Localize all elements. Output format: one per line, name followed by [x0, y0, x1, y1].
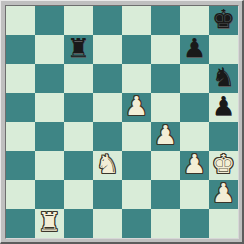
square-a3[interactable] — [6, 151, 35, 180]
square-e8[interactable] — [122, 6, 151, 35]
square-a1[interactable] — [6, 209, 35, 238]
square-h6[interactable]: ♞ — [209, 64, 238, 93]
square-c5[interactable] — [64, 93, 93, 122]
square-a8[interactable] — [6, 6, 35, 35]
square-c1[interactable] — [64, 209, 93, 238]
white-pawn[interactable]: ♟ — [125, 92, 148, 121]
square-a4[interactable] — [6, 122, 35, 151]
square-h1[interactable] — [209, 209, 238, 238]
square-c6[interactable] — [64, 64, 93, 93]
white-rook[interactable]: ♜ — [38, 208, 61, 237]
square-h8[interactable]: ♚ — [209, 6, 238, 35]
square-b2[interactable] — [35, 180, 64, 209]
square-a2[interactable] — [6, 180, 35, 209]
square-g6[interactable] — [180, 64, 209, 93]
square-b1[interactable]: ♜ — [35, 209, 64, 238]
square-b4[interactable] — [35, 122, 64, 151]
white-pawn[interactable]: ♟ — [212, 179, 235, 208]
square-e5[interactable]: ♟ — [122, 93, 151, 122]
square-f6[interactable] — [151, 64, 180, 93]
white-pawn[interactable]: ♟ — [154, 121, 177, 150]
square-h5[interactable]: ♟ — [209, 93, 238, 122]
square-c3[interactable] — [64, 151, 93, 180]
black-knight[interactable]: ♞ — [212, 63, 235, 92]
square-g5[interactable] — [180, 93, 209, 122]
square-g1[interactable] — [180, 209, 209, 238]
square-f7[interactable] — [151, 35, 180, 64]
square-b3[interactable] — [35, 151, 64, 180]
black-pawn[interactable]: ♟ — [212, 92, 235, 121]
square-e2[interactable] — [122, 180, 151, 209]
square-a6[interactable] — [6, 64, 35, 93]
white-knight[interactable]: ♞ — [96, 150, 119, 179]
square-c4[interactable] — [64, 122, 93, 151]
white-king[interactable]: ♚ — [212, 150, 235, 179]
square-h7[interactable] — [209, 35, 238, 64]
black-king[interactable]: ♚ — [212, 5, 235, 34]
square-f2[interactable] — [151, 180, 180, 209]
square-g2[interactable] — [180, 180, 209, 209]
square-g7[interactable]: ♟ — [180, 35, 209, 64]
square-g3[interactable]: ♟ — [180, 151, 209, 180]
black-rook[interactable]: ♜ — [67, 34, 90, 63]
square-e6[interactable] — [122, 64, 151, 93]
square-e1[interactable] — [122, 209, 151, 238]
square-h4[interactable] — [209, 122, 238, 151]
square-d3[interactable]: ♞ — [93, 151, 122, 180]
square-f8[interactable] — [151, 6, 180, 35]
board-frame: ♚♜♟♞♟♟♟♞♟♚♟♜ — [0, 0, 244, 244]
square-f3[interactable] — [151, 151, 180, 180]
square-d4[interactable] — [93, 122, 122, 151]
square-d1[interactable] — [93, 209, 122, 238]
square-e3[interactable] — [122, 151, 151, 180]
square-d6[interactable] — [93, 64, 122, 93]
square-e4[interactable] — [122, 122, 151, 151]
square-c2[interactable] — [64, 180, 93, 209]
square-e7[interactable] — [122, 35, 151, 64]
square-g4[interactable] — [180, 122, 209, 151]
chess-board: ♚♜♟♞♟♟♟♞♟♚♟♜ — [5, 5, 239, 239]
square-d2[interactable] — [93, 180, 122, 209]
square-b6[interactable] — [35, 64, 64, 93]
square-b7[interactable] — [35, 35, 64, 64]
square-a5[interactable] — [6, 93, 35, 122]
square-a7[interactable] — [6, 35, 35, 64]
square-d8[interactable] — [93, 6, 122, 35]
square-h2[interactable]: ♟ — [209, 180, 238, 209]
square-d7[interactable] — [93, 35, 122, 64]
white-pawn[interactable]: ♟ — [183, 150, 206, 179]
square-c8[interactable] — [64, 6, 93, 35]
square-g8[interactable] — [180, 6, 209, 35]
square-c7[interactable]: ♜ — [64, 35, 93, 64]
square-d5[interactable] — [93, 93, 122, 122]
square-h3[interactable]: ♚ — [209, 151, 238, 180]
square-b5[interactable] — [35, 93, 64, 122]
square-f1[interactable] — [151, 209, 180, 238]
square-f4[interactable]: ♟ — [151, 122, 180, 151]
black-pawn[interactable]: ♟ — [183, 34, 206, 63]
square-b8[interactable] — [35, 6, 64, 35]
square-f5[interactable] — [151, 93, 180, 122]
